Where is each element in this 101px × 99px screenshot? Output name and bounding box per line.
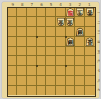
rank-label: 一 <box>97 11 101 15</box>
piece-face: 香 <box>86 38 93 46</box>
piece-kanji: 金 <box>68 18 73 25</box>
shogi-piece-2三[interactable]: 銀 <box>76 27 84 36</box>
piece-kanji: 玉 <box>78 8 83 15</box>
shogi-piece-3一[interactable]: 龍 <box>66 8 74 17</box>
shogi-board: 987654321 一二三四五六七八九 龍玉香金金銀銀香 <box>2 2 99 98</box>
rank-label: 七 <box>97 69 101 73</box>
piece-kanji: 龍 <box>68 9 73 16</box>
piece-face: 金 <box>57 18 64 26</box>
shogi-piece-3四[interactable]: 銀 <box>66 37 74 46</box>
piece-face: 金 <box>67 18 74 26</box>
rank-label: 八 <box>97 79 101 83</box>
rank-label: 二 <box>97 21 101 25</box>
piece-face: 玉 <box>76 8 83 16</box>
rank-label: 四 <box>97 40 101 44</box>
piece-kanji: 金 <box>58 18 63 25</box>
piece-face: 香 <box>86 8 93 16</box>
piece-face: 銀 <box>67 38 74 46</box>
shogi-app-window: 987654321 一二三四五六七八九 龍玉香金金銀銀香 <box>0 0 100 99</box>
piece-kanji: 銀 <box>68 39 73 46</box>
piece-kanji: 銀 <box>77 29 82 36</box>
shogi-piece-3二[interactable]: 金 <box>66 18 74 27</box>
rank-label: 三 <box>97 30 101 34</box>
rank-label: 九 <box>97 88 101 92</box>
shogi-piece-1一[interactable]: 香 <box>85 8 93 17</box>
piece-face: 銀 <box>76 28 83 36</box>
piece-face: 龍 <box>67 9 74 17</box>
rank-label: 六 <box>97 59 101 63</box>
shogi-piece-2一[interactable]: 玉 <box>76 8 84 17</box>
board-grid: 龍玉香金金銀銀香 <box>7 7 96 97</box>
shogi-piece-4二[interactable]: 金 <box>56 18 64 27</box>
piece-kanji: 香 <box>87 8 92 15</box>
shogi-piece-1四[interactable]: 香 <box>85 37 93 46</box>
piece-kanji: 香 <box>87 39 92 46</box>
pieces-layer: 龍玉香金金銀銀香 <box>8 8 95 96</box>
rank-label: 五 <box>97 50 101 54</box>
